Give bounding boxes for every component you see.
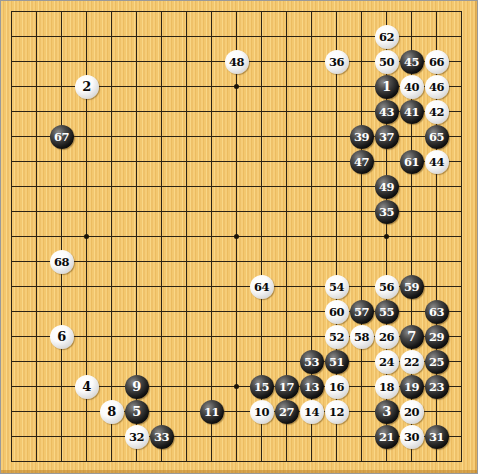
board-grid: 1234567891011121314151617181920212223242… <box>11 11 462 462</box>
stone-black-19: 19 <box>400 375 424 399</box>
star-point <box>234 234 239 239</box>
stone-black-13: 13 <box>300 375 324 399</box>
move-number: 53 <box>304 355 319 369</box>
move-number: 41 <box>404 105 419 119</box>
stone-white-10: 10 <box>250 400 274 424</box>
stone-white-62: 62 <box>375 25 399 49</box>
stone-black-35: 35 <box>375 200 399 224</box>
stone-white-40: 40 <box>400 75 424 99</box>
move-number: 9 <box>132 379 141 394</box>
move-number: 21 <box>379 430 394 444</box>
move-number: 39 <box>354 130 369 144</box>
move-number: 7 <box>407 329 416 344</box>
move-number: 46 <box>429 80 444 94</box>
stone-black-31: 31 <box>425 425 449 449</box>
stone-white-54: 54 <box>325 275 349 299</box>
star-point <box>84 234 89 239</box>
move-number: 47 <box>354 155 369 169</box>
stone-black-5: 5 <box>125 400 149 424</box>
move-number: 10 <box>254 405 269 419</box>
stone-black-63: 63 <box>425 300 449 324</box>
move-number: 29 <box>429 330 444 344</box>
stone-black-65: 65 <box>425 125 449 149</box>
move-number: 52 <box>329 330 344 344</box>
move-number: 63 <box>429 305 444 319</box>
stone-white-66: 66 <box>425 50 449 74</box>
move-number: 8 <box>107 404 116 419</box>
stone-black-53: 53 <box>300 350 324 374</box>
move-number: 54 <box>329 280 344 294</box>
move-number: 64 <box>254 280 269 294</box>
stone-white-60: 60 <box>325 300 349 324</box>
move-number: 57 <box>354 305 369 319</box>
move-number: 59 <box>404 280 419 294</box>
move-number: 58 <box>354 330 369 344</box>
move-number: 44 <box>429 155 444 169</box>
move-number: 55 <box>379 305 394 319</box>
move-number: 40 <box>404 80 419 94</box>
stone-white-30: 30 <box>400 425 424 449</box>
stone-white-8: 8 <box>100 400 124 424</box>
stone-white-52: 52 <box>325 325 349 349</box>
move-number: 24 <box>379 355 394 369</box>
move-number: 30 <box>404 430 419 444</box>
stone-white-56: 56 <box>375 275 399 299</box>
stone-black-47: 47 <box>350 150 374 174</box>
move-number: 49 <box>379 180 394 194</box>
move-number: 17 <box>279 380 294 394</box>
move-number: 13 <box>304 380 319 394</box>
star-point <box>234 84 239 89</box>
move-number: 25 <box>429 355 444 369</box>
stone-black-59: 59 <box>400 275 424 299</box>
move-number: 15 <box>254 380 269 394</box>
stone-black-37: 37 <box>375 125 399 149</box>
move-number: 22 <box>404 355 419 369</box>
move-number: 66 <box>429 55 444 69</box>
move-number: 42 <box>429 105 444 119</box>
move-number: 19 <box>404 380 419 394</box>
stone-black-39: 39 <box>350 125 374 149</box>
stone-white-24: 24 <box>375 350 399 374</box>
stone-white-20: 20 <box>400 400 424 424</box>
move-number: 20 <box>404 405 419 419</box>
move-number: 48 <box>229 55 244 69</box>
stone-white-44: 44 <box>425 150 449 174</box>
stone-black-25: 25 <box>425 350 449 374</box>
stone-white-16: 16 <box>325 375 349 399</box>
stone-black-33: 33 <box>150 425 174 449</box>
move-number: 65 <box>429 130 444 144</box>
move-number: 2 <box>82 79 91 94</box>
move-number: 6 <box>57 329 66 344</box>
move-number: 56 <box>379 280 394 294</box>
stone-white-18: 18 <box>375 375 399 399</box>
stone-white-36: 36 <box>325 50 349 74</box>
move-number: 31 <box>429 430 444 444</box>
stone-black-61: 61 <box>400 150 424 174</box>
move-number: 43 <box>379 105 394 119</box>
stone-black-43: 43 <box>375 100 399 124</box>
stone-white-50: 50 <box>375 50 399 74</box>
move-number: 5 <box>132 404 141 419</box>
move-number: 26 <box>379 330 394 344</box>
stone-black-51: 51 <box>325 350 349 374</box>
move-number: 36 <box>329 55 344 69</box>
move-number: 11 <box>204 405 219 419</box>
star-point <box>234 384 239 389</box>
stone-black-29: 29 <box>425 325 449 349</box>
stone-black-3: 3 <box>375 400 399 424</box>
stone-white-4: 4 <box>75 375 99 399</box>
move-number: 3 <box>382 404 391 419</box>
move-number: 1 <box>382 79 391 94</box>
stone-white-58: 58 <box>350 325 374 349</box>
stone-white-22: 22 <box>400 350 424 374</box>
stone-black-11: 11 <box>200 400 224 424</box>
move-number: 60 <box>329 305 344 319</box>
move-number: 61 <box>404 155 419 169</box>
stone-black-9: 9 <box>125 375 149 399</box>
stone-white-32: 32 <box>125 425 149 449</box>
move-number: 23 <box>429 380 444 394</box>
move-number: 68 <box>54 255 69 269</box>
stone-white-42: 42 <box>425 100 449 124</box>
stone-black-57: 57 <box>350 300 374 324</box>
move-number: 33 <box>154 430 169 444</box>
move-number: 12 <box>329 405 344 419</box>
stone-white-48: 48 <box>225 50 249 74</box>
move-number: 37 <box>379 130 394 144</box>
move-number: 67 <box>54 130 69 144</box>
stone-black-15: 15 <box>250 375 274 399</box>
stone-black-45: 45 <box>400 50 424 74</box>
stone-black-27: 27 <box>275 400 299 424</box>
stone-white-14: 14 <box>300 400 324 424</box>
move-number: 62 <box>379 30 394 44</box>
move-number: 14 <box>304 405 319 419</box>
stone-white-26: 26 <box>375 325 399 349</box>
move-number: 32 <box>129 430 144 444</box>
move-number: 18 <box>379 380 394 394</box>
move-number: 45 <box>404 55 419 69</box>
star-point <box>384 234 389 239</box>
stone-black-17: 17 <box>275 375 299 399</box>
move-number: 4 <box>82 379 91 394</box>
stone-black-41: 41 <box>400 100 424 124</box>
stone-black-67: 67 <box>50 125 74 149</box>
stone-white-46: 46 <box>425 75 449 99</box>
stone-white-2: 2 <box>75 75 99 99</box>
stone-black-55: 55 <box>375 300 399 324</box>
stone-black-21: 21 <box>375 425 399 449</box>
move-number: 27 <box>279 405 294 419</box>
stone-black-1: 1 <box>375 75 399 99</box>
move-number: 16 <box>329 380 344 394</box>
stone-black-49: 49 <box>375 175 399 199</box>
stone-white-64: 64 <box>250 275 274 299</box>
stone-white-12: 12 <box>325 400 349 424</box>
move-number: 50 <box>379 55 394 69</box>
stone-black-23: 23 <box>425 375 449 399</box>
move-number: 35 <box>379 205 394 219</box>
stone-white-6: 6 <box>50 325 74 349</box>
stone-white-68: 68 <box>50 250 74 274</box>
go-board[interactable]: 1234567891011121314151617181920212223242… <box>0 0 478 474</box>
stone-black-7: 7 <box>400 325 424 349</box>
move-number: 51 <box>329 355 344 369</box>
